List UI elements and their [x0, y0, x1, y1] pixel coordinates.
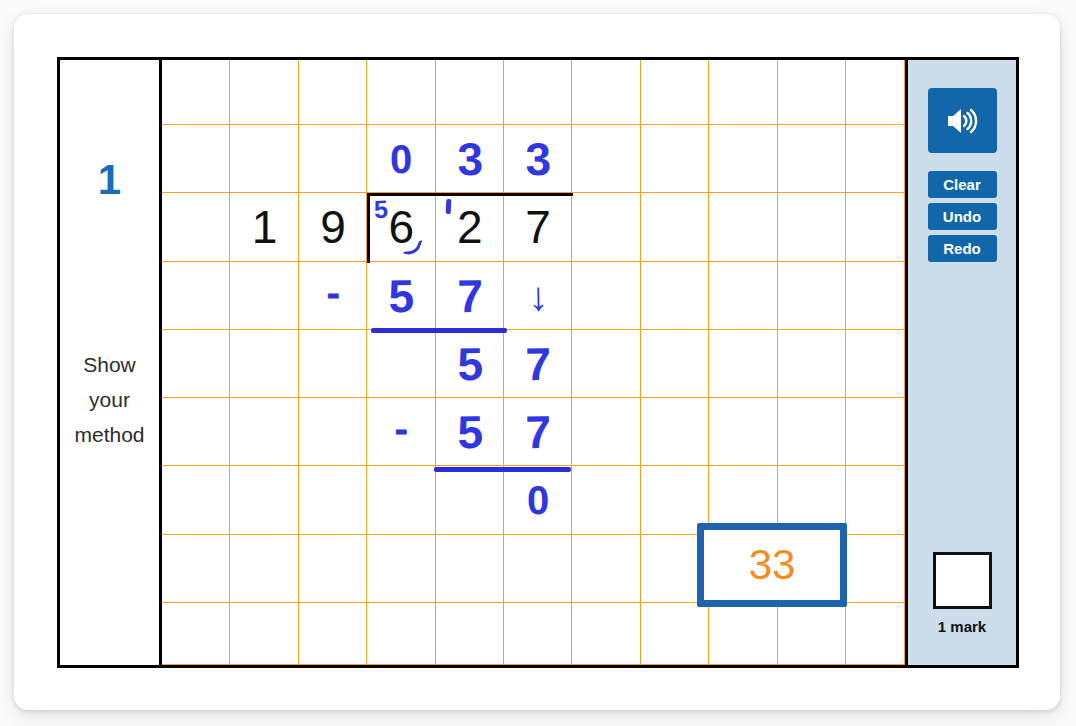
paper-square	[846, 398, 905, 466]
paper-square	[709, 125, 777, 193]
paper-square	[367, 398, 435, 466]
paper-square	[709, 330, 777, 398]
paper-square	[230, 330, 298, 398]
paper-square	[230, 193, 298, 261]
paper-square	[846, 603, 905, 665]
paper-square	[436, 330, 504, 398]
paper-square	[504, 193, 572, 261]
paper-square	[846, 466, 905, 534]
paper-square	[572, 466, 640, 534]
paper-square	[162, 535, 230, 603]
worksheet-card: 1 Show your method /* squares are genera…	[14, 14, 1060, 710]
paper-square	[436, 603, 504, 665]
paper-square	[709, 603, 777, 665]
instruction-line: method	[60, 417, 159, 452]
instruction-line: your	[60, 382, 159, 417]
paper-square	[778, 60, 846, 125]
paper-square	[299, 262, 367, 330]
paper-square	[367, 330, 435, 398]
speaker-icon	[944, 104, 980, 138]
paper-square	[572, 330, 640, 398]
paper-square	[846, 262, 905, 330]
paper-square	[572, 125, 640, 193]
paper-square	[709, 193, 777, 261]
paper-square	[709, 262, 777, 330]
instruction-text: Show your method	[60, 347, 159, 452]
paper-square	[709, 60, 777, 125]
paper-square	[367, 535, 435, 603]
paper-square	[436, 262, 504, 330]
answer-box[interactable]: 33	[697, 523, 847, 607]
instruction-line: Show	[60, 347, 159, 382]
paper-square	[299, 466, 367, 534]
question-board: 1 Show your method /* squares are genera…	[57, 57, 1019, 668]
paper-square	[504, 330, 572, 398]
subtraction-underline	[371, 328, 507, 333]
paper-square	[162, 262, 230, 330]
paper-square	[846, 535, 905, 603]
paper-square	[367, 603, 435, 665]
paper-square	[504, 535, 572, 603]
carry-mark: 5	[373, 195, 388, 225]
paper-square	[778, 603, 846, 665]
working-area-canvas[interactable]: /* squares are generated by loader below…	[162, 60, 905, 665]
paper-square	[299, 535, 367, 603]
paper-square	[846, 330, 905, 398]
paper-square	[846, 193, 905, 261]
paper-square	[230, 535, 298, 603]
undo-button[interactable]: Undo	[928, 203, 997, 230]
redo-button[interactable]: Redo	[928, 235, 997, 262]
paper-square	[641, 262, 709, 330]
paper-square	[230, 60, 298, 125]
paper-square	[778, 193, 846, 261]
paper-square	[778, 398, 846, 466]
paper-square	[230, 603, 298, 665]
paper-square	[846, 125, 905, 193]
paper-square	[162, 603, 230, 665]
paper-square	[162, 398, 230, 466]
paper-square	[367, 262, 435, 330]
audio-button[interactable]	[928, 88, 997, 153]
mark-label: 1 mark	[938, 618, 986, 635]
paper-square	[709, 398, 777, 466]
paper-square	[572, 398, 640, 466]
paper-square	[436, 535, 504, 603]
paper-square	[367, 125, 435, 193]
paper-square	[299, 125, 367, 193]
paper-square	[299, 603, 367, 665]
paper-square	[504, 466, 572, 534]
paper-square	[230, 262, 298, 330]
paper-square	[504, 398, 572, 466]
paper-square	[778, 330, 846, 398]
paper-square	[299, 193, 367, 261]
mark-checkbox[interactable]	[933, 552, 992, 609]
paper-square	[436, 466, 504, 534]
subtraction-underline	[434, 467, 571, 472]
paper-square	[641, 125, 709, 193]
paper-square	[367, 60, 435, 125]
paper-square	[641, 330, 709, 398]
paper-square	[299, 398, 367, 466]
answer-value: 33	[749, 541, 796, 589]
paper-square	[572, 603, 640, 665]
paper-square	[162, 60, 230, 125]
paper-square	[778, 262, 846, 330]
division-bracket-top	[367, 193, 573, 196]
paper-square	[162, 193, 230, 261]
division-bracket-side	[367, 193, 370, 263]
paper-square	[299, 60, 367, 125]
paper-square	[230, 398, 298, 466]
paper-square	[572, 60, 640, 125]
paper-square	[162, 330, 230, 398]
paper-square	[367, 466, 435, 534]
paper-square	[230, 466, 298, 534]
question-panel: 1 Show your method	[60, 60, 162, 665]
paper-square	[641, 603, 709, 665]
paper-square	[572, 535, 640, 603]
paper-square	[641, 398, 709, 466]
clear-button[interactable]: Clear	[928, 171, 997, 198]
toolbar-sidebar: Clear Undo Redo 1 mark	[905, 60, 1016, 665]
paper-square	[846, 60, 905, 125]
paper-square	[162, 125, 230, 193]
paper-square	[162, 466, 230, 534]
paper-square	[572, 193, 640, 261]
paper-square	[504, 60, 572, 125]
paper-square	[778, 125, 846, 193]
paper-square	[641, 60, 709, 125]
carry-tick-mark	[446, 199, 451, 214]
paper-square	[436, 398, 504, 466]
paper-square	[504, 125, 572, 193]
paper-square	[436, 60, 504, 125]
paper-square	[504, 603, 572, 665]
paper-square	[572, 262, 640, 330]
question-number: 1	[60, 156, 159, 204]
paper-square	[641, 193, 709, 261]
paper-square	[299, 330, 367, 398]
paper-square	[436, 125, 504, 193]
paper-square	[230, 125, 298, 193]
paper-square	[504, 262, 572, 330]
